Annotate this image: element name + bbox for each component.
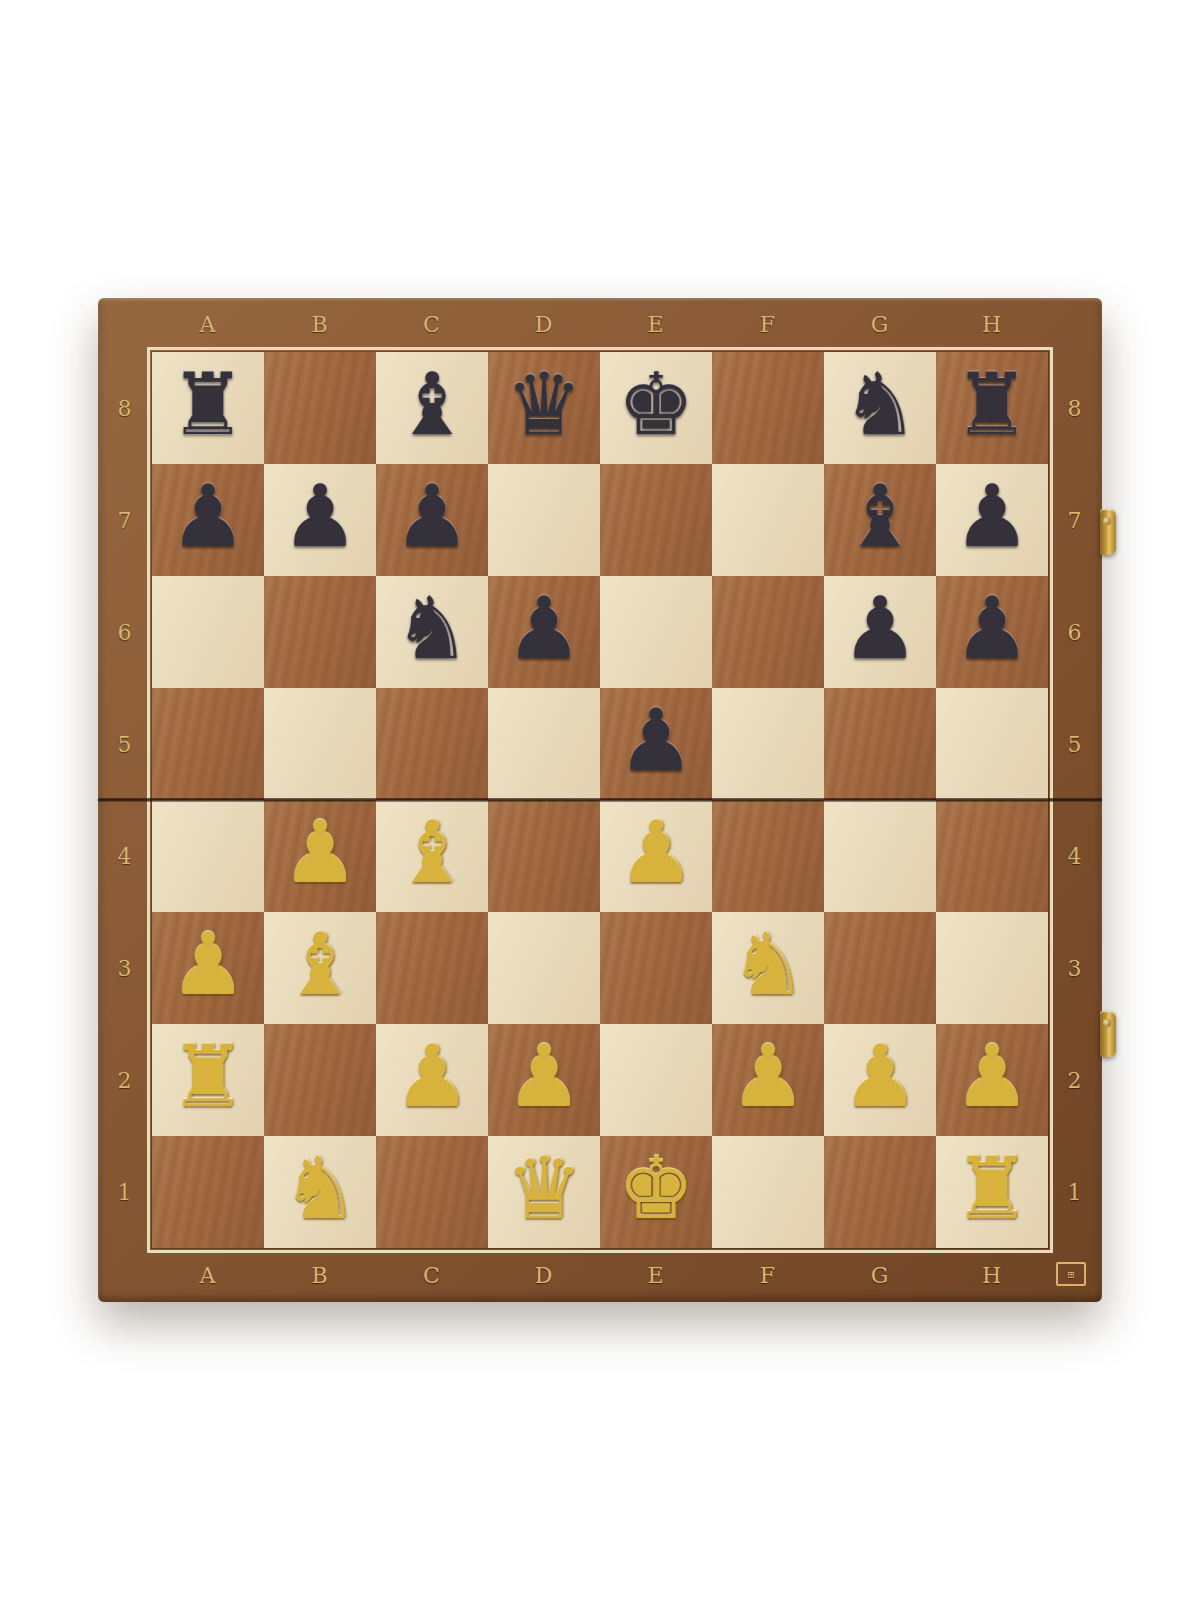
piece-black-rook-a8[interactable]: ♜ <box>169 361 246 447</box>
file-label-top-g: G <box>824 312 936 337</box>
square-c2[interactable]: ♟ <box>376 1024 488 1136</box>
piece-white-rook-a2[interactable]: ♜ <box>169 1033 246 1119</box>
piece-white-pawn-g2[interactable]: ♟ <box>841 1033 918 1119</box>
square-d8[interactable]: ♛ <box>488 352 600 464</box>
piece-white-knight-f3[interactable]: ♞ <box>729 921 806 1007</box>
square-d3[interactable] <box>488 912 600 1024</box>
rank-label-right-6: 6 <box>1048 576 1102 688</box>
piece-black-pawn-h6[interactable]: ♟ <box>953 585 1030 671</box>
square-b8[interactable] <box>264 352 376 464</box>
piece-black-bishop-c8[interactable]: ♝ <box>393 361 470 447</box>
piece-black-queen-d8[interactable]: ♛ <box>505 361 582 447</box>
piece-black-knight-c6[interactable]: ♞ <box>393 585 470 671</box>
piece-white-pawn-e4[interactable]: ♟ <box>617 809 694 895</box>
piece-black-king-e8[interactable]: ♚ <box>617 361 694 447</box>
rank-label-left-8: 8 <box>98 352 152 464</box>
rank-label-right-5: 5 <box>1048 688 1102 800</box>
piece-white-pawn-h2[interactable]: ♟ <box>953 1033 1030 1119</box>
square-b4[interactable]: ♟ <box>264 800 376 912</box>
rank-label-right-2: 2 <box>1048 1024 1102 1136</box>
square-c6[interactable]: ♞ <box>376 576 488 688</box>
file-label-bottom-g: G <box>824 1263 936 1288</box>
rank-label-right-7: 7 <box>1048 464 1102 576</box>
square-a7[interactable]: ♟ <box>152 464 264 576</box>
file-label-bottom-c: C <box>376 1263 488 1288</box>
square-c5[interactable] <box>376 688 488 800</box>
square-h5[interactable] <box>936 688 1048 800</box>
rank-label-right-4: 4 <box>1048 800 1102 912</box>
square-g3[interactable] <box>824 912 936 1024</box>
board-frame: AABBCCDDEEFFGGHH8877665544332211 ♜♝♛♚♞♜♟… <box>98 298 1102 1302</box>
rank-label-left-7: 7 <box>98 464 152 576</box>
square-a2[interactable]: ♜ <box>152 1024 264 1136</box>
piece-black-pawn-c7[interactable]: ♟ <box>393 473 470 559</box>
square-b5[interactable] <box>264 688 376 800</box>
square-h6[interactable]: ♟ <box>936 576 1048 688</box>
piece-white-pawn-a3[interactable]: ♟ <box>169 921 246 1007</box>
piece-white-pawn-d2[interactable]: ♟ <box>505 1033 582 1119</box>
square-b6[interactable] <box>264 576 376 688</box>
chess-board: AABBCCDDEEFFGGHH8877665544332211 ♜♝♛♚♞♜♟… <box>98 298 1102 1302</box>
square-a4[interactable] <box>152 800 264 912</box>
file-label-bottom-a: A <box>152 1263 264 1288</box>
square-g6[interactable]: ♟ <box>824 576 936 688</box>
rank-label-right-3: 3 <box>1048 912 1102 1024</box>
square-h1[interactable]: ♜ <box>936 1136 1048 1248</box>
square-f2[interactable]: ♟ <box>712 1024 824 1136</box>
file-label-top-d: D <box>488 312 600 337</box>
piece-white-bishop-b3[interactable]: ♝ <box>281 921 358 1007</box>
square-g8[interactable]: ♞ <box>824 352 936 464</box>
square-a5[interactable] <box>152 688 264 800</box>
square-b7[interactable]: ♟ <box>264 464 376 576</box>
piece-white-bishop-c4[interactable]: ♝ <box>393 809 470 895</box>
rank-label-left-5: 5 <box>98 688 152 800</box>
piece-white-knight-b1[interactable]: ♞ <box>281 1145 358 1231</box>
square-a3[interactable]: ♟ <box>152 912 264 1024</box>
rank-label-left-6: 6 <box>98 576 152 688</box>
square-g2[interactable]: ♟ <box>824 1024 936 1136</box>
square-g1[interactable] <box>824 1136 936 1248</box>
square-e6[interactable] <box>600 576 712 688</box>
file-label-bottom-b: B <box>264 1263 376 1288</box>
square-e7[interactable] <box>600 464 712 576</box>
piece-black-bishop-g7[interactable]: ♝ <box>841 473 918 559</box>
square-d7[interactable] <box>488 464 600 576</box>
file-label-top-e: E <box>600 312 712 337</box>
file-label-bottom-f: F <box>712 1263 824 1288</box>
square-e5[interactable]: ♟ <box>600 688 712 800</box>
rank-label-left-3: 3 <box>98 912 152 1024</box>
square-d1[interactable]: ♛ <box>488 1136 600 1248</box>
square-c8[interactable]: ♝ <box>376 352 488 464</box>
brass-latch-icon <box>1100 509 1116 555</box>
square-h3[interactable] <box>936 912 1048 1024</box>
brand-logo: ⊞ <box>1056 1262 1086 1286</box>
file-label-top-b: B <box>264 312 376 337</box>
square-f4[interactable] <box>712 800 824 912</box>
piece-black-pawn-h7[interactable]: ♟ <box>953 473 1030 559</box>
file-label-bottom-e: E <box>600 1263 712 1288</box>
square-f5[interactable] <box>712 688 824 800</box>
piece-black-rook-h8[interactable]: ♜ <box>953 361 1030 447</box>
square-c7[interactable]: ♟ <box>376 464 488 576</box>
photo-background: AABBCCDDEEFFGGHH8877665544332211 ♜♝♛♚♞♜♟… <box>0 0 1200 1600</box>
square-e1[interactable]: ♚ <box>600 1136 712 1248</box>
square-e8[interactable]: ♚ <box>600 352 712 464</box>
piece-white-rook-h1[interactable]: ♜ <box>953 1145 1030 1231</box>
piece-white-king-e1[interactable]: ♚ <box>617 1145 694 1231</box>
piece-white-pawn-b4[interactable]: ♟ <box>281 809 358 895</box>
board-field: ♜♝♛♚♞♜♟♟♟♝♟♞♟♟♟♟♟♝♟♟♝♞♜♟♟♟♟♟♞♛♚♜ <box>152 352 1048 1248</box>
piece-black-pawn-e5[interactable]: ♟ <box>617 697 694 783</box>
square-h4[interactable] <box>936 800 1048 912</box>
square-f3[interactable]: ♞ <box>712 912 824 1024</box>
square-f8[interactable] <box>712 352 824 464</box>
piece-black-pawn-a7[interactable]: ♟ <box>169 473 246 559</box>
rank-label-right-8: 8 <box>1048 352 1102 464</box>
square-a6[interactable] <box>152 576 264 688</box>
square-e3[interactable] <box>600 912 712 1024</box>
square-h2[interactable]: ♟ <box>936 1024 1048 1136</box>
rank-label-left-2: 2 <box>98 1024 152 1136</box>
piece-black-pawn-d6[interactable]: ♟ <box>505 585 582 671</box>
square-a1[interactable] <box>152 1136 264 1248</box>
brass-latch-icon <box>1100 1011 1116 1057</box>
square-f6[interactable] <box>712 576 824 688</box>
square-g5[interactable] <box>824 688 936 800</box>
rank-label-right-1: 1 <box>1048 1136 1102 1248</box>
square-d4[interactable] <box>488 800 600 912</box>
square-f1[interactable] <box>712 1136 824 1248</box>
square-c3[interactable] <box>376 912 488 1024</box>
file-label-bottom-h: H <box>936 1263 1048 1288</box>
file-label-top-h: H <box>936 312 1048 337</box>
square-b3[interactable]: ♝ <box>264 912 376 1024</box>
square-b1[interactable]: ♞ <box>264 1136 376 1248</box>
square-g7[interactable]: ♝ <box>824 464 936 576</box>
square-h8[interactable]: ♜ <box>936 352 1048 464</box>
piece-black-pawn-g6[interactable]: ♟ <box>841 585 918 671</box>
square-e4[interactable]: ♟ <box>600 800 712 912</box>
square-e2[interactable] <box>600 1024 712 1136</box>
square-a8[interactable]: ♜ <box>152 352 264 464</box>
piece-white-pawn-c2[interactable]: ♟ <box>393 1033 470 1119</box>
piece-black-pawn-b7[interactable]: ♟ <box>281 473 358 559</box>
square-c4[interactable]: ♝ <box>376 800 488 912</box>
square-h7[interactable]: ♟ <box>936 464 1048 576</box>
square-d2[interactable]: ♟ <box>488 1024 600 1136</box>
square-b2[interactable] <box>264 1024 376 1136</box>
square-d5[interactable] <box>488 688 600 800</box>
piece-white-queen-d1[interactable]: ♛ <box>505 1145 582 1231</box>
square-g4[interactable] <box>824 800 936 912</box>
file-label-bottom-d: D <box>488 1263 600 1288</box>
rank-label-left-1: 1 <box>98 1136 152 1248</box>
file-label-top-f: F <box>712 312 824 337</box>
square-d6[interactable]: ♟ <box>488 576 600 688</box>
file-label-top-c: C <box>376 312 488 337</box>
piece-white-pawn-f2[interactable]: ♟ <box>729 1033 806 1119</box>
square-c1[interactable] <box>376 1136 488 1248</box>
square-f7[interactable] <box>712 464 824 576</box>
rank-label-left-4: 4 <box>98 800 152 912</box>
file-label-top-a: A <box>152 312 264 337</box>
piece-black-knight-g8[interactable]: ♞ <box>841 361 918 447</box>
